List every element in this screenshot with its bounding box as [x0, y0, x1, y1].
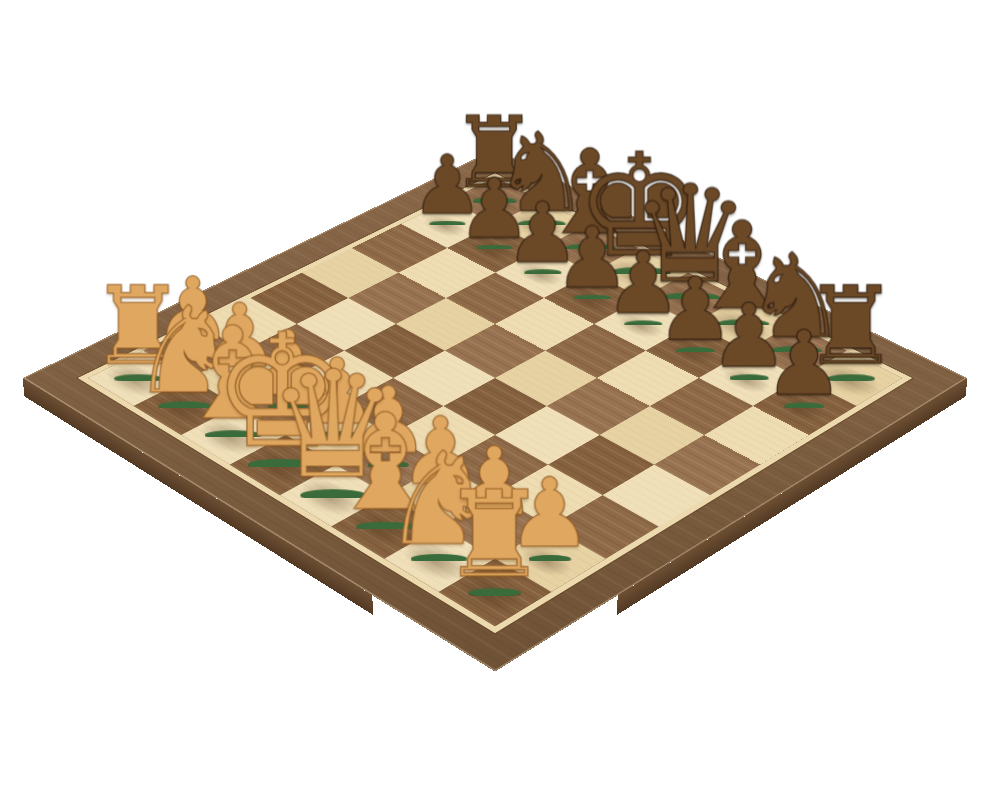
felt-base	[676, 348, 714, 355]
square-a6[interactable]	[704, 406, 809, 465]
square-a7[interactable]: ♟	[753, 378, 856, 435]
chess-board: ♜♞♝♚♛♝♞♜♟♟♟♟♟♟♟♟♟♟♟♟♟♟♟♟♜♞♝♚♛♝♞♜	[23, 149, 968, 672]
square-a1[interactable]: ♜	[439, 559, 551, 626]
felt-base	[784, 403, 823, 410]
piece-glyph: ♟	[764, 322, 844, 407]
board-grid: ♜♞♝♚♛♝♞♜♟♟♟♟♟♟♟♟♟♟♟♟♟♟♟♟♜♞♝♚♛♝♞♜	[88, 178, 903, 627]
chess-scene: ♜♞♝♚♛♝♞♜♟♟♟♟♟♟♟♟♟♟♟♟♟♟♟♟♜♞♝♚♛♝♞♜	[0, 0, 1000, 800]
board-frame: ♜♞♝♚♛♝♞♜♟♟♟♟♟♟♟♟♟♟♟♟♟♟♟♟♜♞♝♚♛♝♞♜	[23, 149, 968, 672]
product-photo-canvas: ♜♞♝♚♛♝♞♜♟♟♟♟♟♟♟♟♟♟♟♟♟♟♟♟♜♞♝♚♛♝♞♜	[0, 0, 1000, 800]
square-c5[interactable]	[547, 378, 650, 435]
piece-glyph: ♜	[440, 480, 547, 593]
